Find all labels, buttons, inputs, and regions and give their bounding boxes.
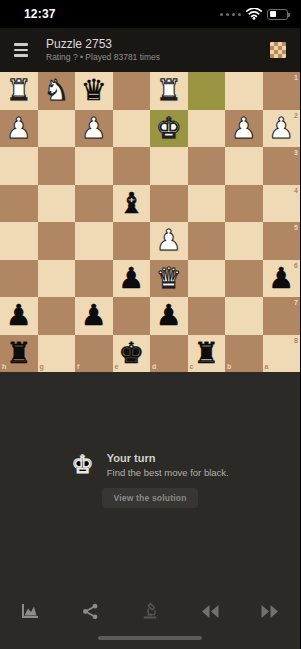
board-square-a4[interactable]: 4: [263, 185, 301, 223]
wifi-icon: [246, 8, 262, 20]
white-pawn-piece: ♟: [6, 110, 32, 147]
file-label-d: d: [152, 363, 156, 370]
board-square-f7[interactable]: ♟: [75, 297, 113, 335]
rank-label-8: 8: [294, 337, 298, 344]
white-queen-piece: ♛: [156, 260, 182, 297]
page-title: Puzzle 2753: [46, 38, 270, 51]
board-square-h4[interactable]: [0, 185, 38, 223]
board-square-c5[interactable]: [188, 222, 226, 260]
board-square-h3[interactable]: [0, 147, 38, 185]
white-rook-piece: ♜: [156, 72, 182, 109]
black-pawn-piece: ♟: [268, 260, 294, 297]
board-square-f1[interactable]: ♛: [75, 72, 113, 110]
hamburger-menu-icon[interactable]: [14, 43, 28, 57]
white-pawn-piece: ♟: [268, 110, 294, 147]
rank-label-3: 3: [294, 149, 298, 156]
turn-instruction: Find the best move for black.: [107, 467, 229, 478]
board-square-a8[interactable]: 8a: [263, 335, 301, 373]
status-bar: 12:37: [0, 0, 300, 28]
board-square-a2[interactable]: ♟2: [263, 110, 301, 148]
board-square-e1[interactable]: [113, 72, 151, 110]
file-label-e: e: [115, 363, 119, 370]
board-square-h1[interactable]: ♜: [0, 72, 38, 110]
microscope-icon[interactable]: [120, 602, 180, 620]
board-square-a6[interactable]: ♟6: [263, 260, 301, 298]
board-square-d1[interactable]: ♜: [150, 72, 188, 110]
white-king-piece: ♚: [156, 110, 182, 147]
board-square-h5[interactable]: [0, 222, 38, 260]
black-rook-piece: ♜: [6, 335, 32, 372]
rank-label-2: 2: [294, 112, 298, 119]
board-square-c4[interactable]: [188, 185, 226, 223]
rewind-icon[interactable]: [180, 604, 240, 619]
white-pawn-piece: ♟: [156, 222, 182, 259]
black-bishop-piece: ♝: [118, 185, 144, 222]
board-square-c1[interactable]: [188, 72, 226, 110]
board-square-f2[interactable]: ♟: [75, 110, 113, 148]
board-square-e8[interactable]: ♚e: [113, 335, 151, 373]
rank-label-4: 4: [294, 187, 298, 194]
cellular-dots-icon: [220, 13, 241, 16]
board-square-e5[interactable]: [113, 222, 151, 260]
black-king-icon: ♚: [71, 452, 93, 478]
page-subtitle: Rating ? • Played 83781 times: [46, 53, 270, 62]
home-indicator[interactable]: [98, 636, 202, 640]
board-square-c3[interactable]: [188, 147, 226, 185]
board-square-g8[interactable]: g: [38, 335, 76, 373]
board-square-h2[interactable]: ♟: [0, 110, 38, 148]
board-square-c7[interactable]: [188, 297, 226, 335]
board-square-f6[interactable]: [75, 260, 113, 298]
black-pawn-piece: ♟: [156, 297, 182, 334]
board-square-e4[interactable]: ♝: [113, 185, 151, 223]
board-square-g4[interactable]: [38, 185, 76, 223]
board-square-b8[interactable]: b: [225, 335, 263, 373]
rank-label-1: 1: [294, 74, 298, 81]
file-label-f: f: [77, 363, 79, 370]
black-pawn-piece: ♟: [81, 297, 107, 334]
file-label-g: g: [40, 363, 44, 370]
board-square-b1[interactable]: [225, 72, 263, 110]
board-square-b7[interactable]: [225, 297, 263, 335]
board-square-c8[interactable]: ♜c: [188, 335, 226, 373]
bottom-toolbar: [0, 599, 300, 623]
board-square-a5[interactable]: 5: [263, 222, 301, 260]
board-square-g6[interactable]: [38, 260, 76, 298]
board-square-f3[interactable]: [75, 147, 113, 185]
board-square-c6[interactable]: [188, 260, 226, 298]
board-square-e6[interactable]: ♟: [113, 260, 151, 298]
chess-board: ♜♞♛♜1♟♟♚♟♟23♝4♟5♟♛♟6♟♟♟7♜hgf♚ed♜cb8a: [0, 72, 300, 372]
board-square-e3[interactable]: [113, 147, 151, 185]
board-square-h8[interactable]: ♜h: [0, 335, 38, 373]
board-square-d5[interactable]: ♟: [150, 222, 188, 260]
board-square-b3[interactable]: [225, 147, 263, 185]
rank-label-7: 7: [294, 299, 298, 306]
board-square-g3[interactable]: [38, 147, 76, 185]
board-square-b4[interactable]: [225, 185, 263, 223]
white-rook-piece: ♜: [6, 72, 32, 109]
board-square-b6[interactable]: [225, 260, 263, 298]
board-square-d4[interactable]: [150, 185, 188, 223]
board-square-b5[interactable]: [225, 222, 263, 260]
board-square-a3[interactable]: 3: [263, 147, 301, 185]
black-pawn-piece: ♟: [6, 297, 32, 334]
fast-forward-icon[interactable]: [240, 604, 300, 619]
file-label-c: c: [190, 363, 194, 370]
turn-title: Your turn: [107, 452, 229, 464]
file-label-b: b: [227, 363, 231, 370]
chart-icon[interactable]: [0, 603, 60, 620]
white-pawn-piece: ♟: [231, 110, 257, 147]
board-square-e7[interactable]: [113, 297, 151, 335]
white-pawn-piece: ♟: [81, 110, 107, 147]
file-label-a: a: [265, 363, 269, 370]
board-square-g2[interactable]: [38, 110, 76, 148]
share-icon[interactable]: [60, 603, 120, 620]
board-square-f5[interactable]: [75, 222, 113, 260]
clock-time: 12:37: [24, 7, 56, 21]
puzzle-screen: 12:37 Puzzle 2753 Rating ? • Played 8378…: [0, 0, 300, 649]
board-square-g5[interactable]: [38, 222, 76, 260]
board-square-b2[interactable]: ♟: [225, 110, 263, 148]
board-square-a7[interactable]: 7: [263, 297, 301, 335]
black-queen-piece: ♛: [81, 72, 107, 109]
board-square-g1[interactable]: ♞: [38, 72, 76, 110]
board-thumbnail-icon[interactable]: [270, 42, 286, 58]
rank-label-5: 5: [294, 224, 298, 231]
board-square-d8[interactable]: d: [150, 335, 188, 373]
board-square-d2[interactable]: ♚: [150, 110, 188, 148]
board-square-h6[interactable]: [0, 260, 38, 298]
board-square-d6[interactable]: ♛: [150, 260, 188, 298]
rank-label-6: 6: [294, 262, 298, 269]
battery-icon: [267, 9, 288, 20]
black-pawn-piece: ♟: [118, 260, 144, 297]
white-knight-piece: ♞: [43, 72, 69, 109]
board-square-a1[interactable]: 1: [263, 72, 301, 110]
board-square-f8[interactable]: f: [75, 335, 113, 373]
black-king-piece: ♚: [118, 335, 144, 372]
board-square-d7[interactable]: ♟: [150, 297, 188, 335]
board-square-f4[interactable]: [75, 185, 113, 223]
board-square-c2[interactable]: [188, 110, 226, 148]
board-square-h7[interactable]: ♟: [0, 297, 38, 335]
board-square-g7[interactable]: [38, 297, 76, 335]
board-square-d3[interactable]: [150, 147, 188, 185]
file-label-h: h: [2, 363, 6, 370]
board-square-e2[interactable]: [113, 110, 151, 148]
black-rook-piece: ♜: [193, 335, 219, 372]
app-header: Puzzle 2753 Rating ? • Played 83781 time…: [0, 28, 300, 72]
view-solution-button[interactable]: View the solution: [102, 488, 197, 508]
